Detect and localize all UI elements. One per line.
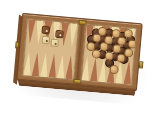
point-up-brown — [65, 55, 74, 80]
point-down-brown — [26, 19, 35, 44]
point-down-cream — [68, 23, 77, 48]
light-checker[interactable] — [91, 33, 101, 43]
point-up-brown — [90, 57, 99, 82]
brown-die[interactable] — [41, 26, 50, 35]
point-up-cream — [82, 56, 91, 81]
backgammon-board — [16, 13, 142, 91]
light-checker[interactable] — [91, 49, 101, 59]
point-up-brown — [48, 53, 57, 78]
point-up-cream — [57, 54, 66, 79]
left-bottom-points-row — [23, 51, 75, 79]
board-playing-surface — [16, 13, 142, 91]
light-checker[interactable] — [104, 51, 114, 61]
brass-latch-left — [15, 41, 20, 48]
light-checker[interactable] — [116, 53, 126, 63]
point-up-cream — [40, 53, 49, 78]
board-right-half — [80, 23, 137, 85]
brown-die[interactable] — [55, 30, 64, 39]
light-checker[interactable] — [109, 65, 119, 75]
cream-die[interactable] — [50, 38, 59, 47]
cream-die[interactable] — [42, 36, 51, 45]
brass-latch-right — [139, 61, 144, 68]
light-checker[interactable] — [112, 44, 122, 54]
point-up-brown — [32, 52, 41, 77]
light-checker[interactable] — [99, 42, 109, 52]
board-left-half — [22, 18, 79, 80]
point-up-cream — [23, 51, 32, 76]
photo-backdrop — [0, 0, 160, 114]
